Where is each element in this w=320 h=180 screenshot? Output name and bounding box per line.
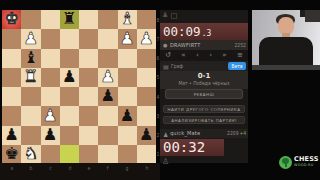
square-d6[interactable] bbox=[60, 49, 79, 68]
mini-piece-icon: ♟ bbox=[162, 11, 168, 19]
black-player-row[interactable]: ♟ quick_Mate 2209+4 bbox=[160, 129, 248, 138]
square-d8[interactable]: ♜ bbox=[60, 10, 79, 29]
square-c6[interactable] bbox=[41, 49, 60, 68]
square-f3[interactable] bbox=[98, 106, 117, 125]
square-h3[interactable] bbox=[137, 106, 156, 125]
square-g7[interactable]: ♟ bbox=[118, 29, 137, 48]
square-h8[interactable] bbox=[137, 10, 156, 29]
square-g1[interactable] bbox=[118, 145, 137, 164]
square-e3[interactable] bbox=[79, 106, 98, 125]
black-player-name: quick_Mate bbox=[170, 131, 200, 136]
first-move-icon[interactable]: « bbox=[181, 50, 185, 61]
square-f6[interactable] bbox=[98, 49, 117, 68]
file-label-a: a bbox=[2, 163, 21, 173]
square-h7[interactable]: ♟ bbox=[137, 29, 156, 48]
square-b5[interactable]: ♜ bbox=[21, 68, 40, 87]
square-c3[interactable]: ♟ bbox=[41, 106, 60, 125]
white-pawn: ♟ bbox=[100, 69, 115, 86]
square-d5[interactable]: ♟ bbox=[60, 68, 79, 87]
black-rating-value: 2209 bbox=[227, 131, 238, 136]
black-clock: 00:32 bbox=[160, 139, 224, 156]
file-label-g: g bbox=[118, 163, 137, 173]
square-e2[interactable] bbox=[79, 126, 98, 145]
file-label-b: b bbox=[21, 163, 40, 173]
square-a1[interactable]: ♚ bbox=[2, 145, 21, 164]
square-h6[interactable] bbox=[137, 49, 156, 68]
analysis-icon[interactable]: ↺ bbox=[165, 50, 171, 61]
panel-header: ♟ bbox=[160, 11, 248, 19]
white-pawn: ♟ bbox=[120, 30, 135, 47]
square-c7[interactable] bbox=[41, 29, 60, 48]
webcam-view bbox=[252, 10, 320, 65]
square-d4[interactable] bbox=[60, 87, 79, 106]
black-pawn: ♟ bbox=[120, 107, 135, 124]
new-opponent-button[interactable]: НАЙТИ ДРУГОГО СОПЕРНИКА bbox=[163, 105, 245, 113]
square-d3[interactable] bbox=[60, 106, 79, 125]
square-h1[interactable] bbox=[137, 145, 156, 164]
square-e7[interactable] bbox=[79, 29, 98, 48]
square-c4[interactable] bbox=[41, 87, 60, 106]
game-status: Мат • Победа чёрных bbox=[182, 81, 226, 85]
black-pawn: ♟ bbox=[62, 69, 77, 86]
square-h4[interactable] bbox=[137, 87, 156, 106]
beta-button[interactable]: Бета bbox=[228, 62, 246, 70]
square-e6[interactable] bbox=[79, 49, 98, 68]
square-c2[interactable]: ♟ bbox=[41, 126, 60, 145]
channel-logo: CHESS WOOD.RU bbox=[279, 156, 320, 170]
square-f2[interactable] bbox=[98, 126, 117, 145]
black-player-rating: 2209+4 bbox=[227, 131, 246, 136]
square-g8[interactable]: ♝ bbox=[118, 10, 137, 29]
black-clock-time: 00:32 bbox=[163, 139, 205, 156]
streamer-shirt bbox=[259, 37, 313, 65]
prev-move-icon[interactable]: ‹ bbox=[196, 50, 199, 61]
white-rook: ♜ bbox=[23, 69, 38, 86]
square-g5[interactable] bbox=[118, 68, 137, 87]
analyze-button[interactable]: АНАЛИЗИРОВАТЬ ПАРТИЮ bbox=[163, 116, 245, 124]
white-clock-time: 00:09 bbox=[163, 23, 201, 40]
square-a4[interactable] bbox=[2, 87, 21, 106]
square-g3[interactable]: ♟ bbox=[118, 106, 137, 125]
game-panel: ♟ 00:09 .3 ● DRAWFIRTT 2252 ↺«‹›»≡ ▤ Гра… bbox=[160, 10, 248, 163]
rating-change: +4 bbox=[239, 131, 246, 136]
square-b7[interactable]: ♟ bbox=[21, 29, 40, 48]
square-g2[interactable] bbox=[118, 126, 137, 145]
new-opponent-button-label: НАЙТИ ДРУГОГО СОПЕРНИКА bbox=[184, 108, 224, 111]
black-pawn: ♟ bbox=[4, 126, 19, 143]
file-label-e: e bbox=[79, 163, 98, 173]
next-move-icon[interactable]: › bbox=[209, 50, 212, 61]
white-pawn: ♟ bbox=[23, 30, 38, 47]
analyze-button-label: АНАЛИЗИРОВАТЬ ПАРТИЮ bbox=[184, 119, 224, 122]
square-h5[interactable] bbox=[137, 68, 156, 87]
white-knight: ♞ bbox=[23, 146, 38, 163]
square-a3[interactable] bbox=[2, 106, 21, 125]
square-f8[interactable] bbox=[98, 10, 117, 29]
white-king: ♚ bbox=[4, 11, 19, 28]
chess-board[interactable]: ♚♜♝♟♟♟♝♜♟♟♟♟♟♟♟♟♚♞ bbox=[2, 10, 156, 164]
black-bishop: ♝ bbox=[23, 49, 38, 66]
square-g4[interactable] bbox=[118, 87, 137, 106]
black-king: ♚ bbox=[4, 146, 19, 163]
white-pawn: ♟ bbox=[139, 30, 154, 47]
square-a6[interactable] bbox=[2, 49, 21, 68]
square-a8[interactable]: ♚ bbox=[2, 10, 21, 29]
list-icon: ▤ bbox=[163, 63, 169, 70]
tree-logo-icon bbox=[279, 156, 292, 169]
square-d7[interactable] bbox=[60, 29, 79, 48]
square-g6[interactable] bbox=[118, 49, 137, 68]
game-result: 0-1 bbox=[160, 72, 248, 80]
pawn-tray-icon: ♙ bbox=[162, 157, 169, 166]
square-b1[interactable]: ♞ bbox=[21, 145, 40, 164]
square-a5[interactable] bbox=[2, 68, 21, 87]
rematch-button[interactable]: РЕВАНШ bbox=[165, 89, 243, 99]
square-f4[interactable]: ♟ bbox=[98, 87, 117, 106]
square-f7[interactable] bbox=[98, 29, 117, 48]
black-pawn: ♟ bbox=[139, 126, 154, 143]
square-e1[interactable] bbox=[79, 145, 98, 164]
stream-frame: ♚♜♝♟♟♟♝♜♟♟♟♟♟♟♟♟♚♞ 87654321 abcdefgh ♟ 0… bbox=[0, 0, 320, 180]
square-a7[interactable] bbox=[2, 29, 21, 48]
tree-trunk bbox=[285, 163, 287, 167]
square-b2[interactable] bbox=[21, 126, 40, 145]
black-pawn: ♟ bbox=[100, 88, 115, 105]
file-label-d: d bbox=[60, 163, 79, 173]
move-controls: ↺«‹›»≡ bbox=[160, 50, 248, 61]
menu-icon[interactable]: ≡ bbox=[237, 50, 243, 61]
square-e5[interactable] bbox=[79, 68, 98, 87]
file-label-h: h bbox=[137, 163, 156, 173]
square-f5[interactable]: ♟ bbox=[98, 68, 117, 87]
black-pawn-icon: ♟ bbox=[163, 131, 168, 136]
white-pawn: ♟ bbox=[43, 107, 58, 124]
last-move-icon[interactable]: » bbox=[222, 50, 226, 61]
file-labels: abcdefgh bbox=[2, 163, 156, 171]
webcam-bottom-bar bbox=[252, 65, 320, 70]
black-pawn: ♟ bbox=[43, 126, 58, 143]
black-rook: ♜ bbox=[62, 11, 77, 28]
square-d2[interactable] bbox=[60, 126, 79, 145]
file-label-c: c bbox=[41, 163, 60, 173]
panel-tabs: ▤ Граф Бета bbox=[160, 61, 248, 71]
square-c8[interactable] bbox=[41, 10, 60, 29]
white-player-name: DRAWFIRTT bbox=[170, 43, 201, 48]
mini-badge-icon bbox=[171, 13, 177, 19]
square-d1[interactable] bbox=[60, 145, 79, 164]
online-status-icon: ● bbox=[163, 43, 167, 48]
square-e4[interactable] bbox=[79, 87, 98, 106]
square-b3[interactable] bbox=[21, 106, 40, 125]
background-shelf bbox=[305, 10, 320, 22]
square-b6[interactable]: ♝ bbox=[21, 49, 40, 68]
square-a2[interactable]: ♟ bbox=[2, 126, 21, 145]
square-b8[interactable] bbox=[21, 10, 40, 29]
white-player-row[interactable]: ● DRAWFIRTT 2252 bbox=[160, 40, 248, 50]
white-clock: 00:09 .3 bbox=[160, 23, 248, 40]
square-b4[interactable] bbox=[21, 87, 40, 106]
white-bishop: ♝ bbox=[120, 11, 135, 28]
white-player-rating: 2252 bbox=[235, 43, 246, 48]
file-label-f: f bbox=[98, 163, 117, 173]
square-f1[interactable] bbox=[98, 145, 117, 164]
square-c5[interactable] bbox=[41, 68, 60, 87]
background-object bbox=[300, 10, 305, 17]
beta-button-label: Бета bbox=[233, 64, 242, 68]
result-zone: 0-1 Мат • Победа чёрных bbox=[160, 71, 248, 89]
tab-graph[interactable]: Граф bbox=[171, 64, 183, 69]
square-c1[interactable] bbox=[41, 145, 60, 164]
square-e8[interactable] bbox=[79, 10, 98, 29]
rematch-button-label: РЕВАНШ bbox=[185, 92, 223, 96]
square-h2[interactable]: ♟ bbox=[137, 126, 156, 145]
logo-subtitle: WOOD.RU bbox=[294, 163, 314, 167]
